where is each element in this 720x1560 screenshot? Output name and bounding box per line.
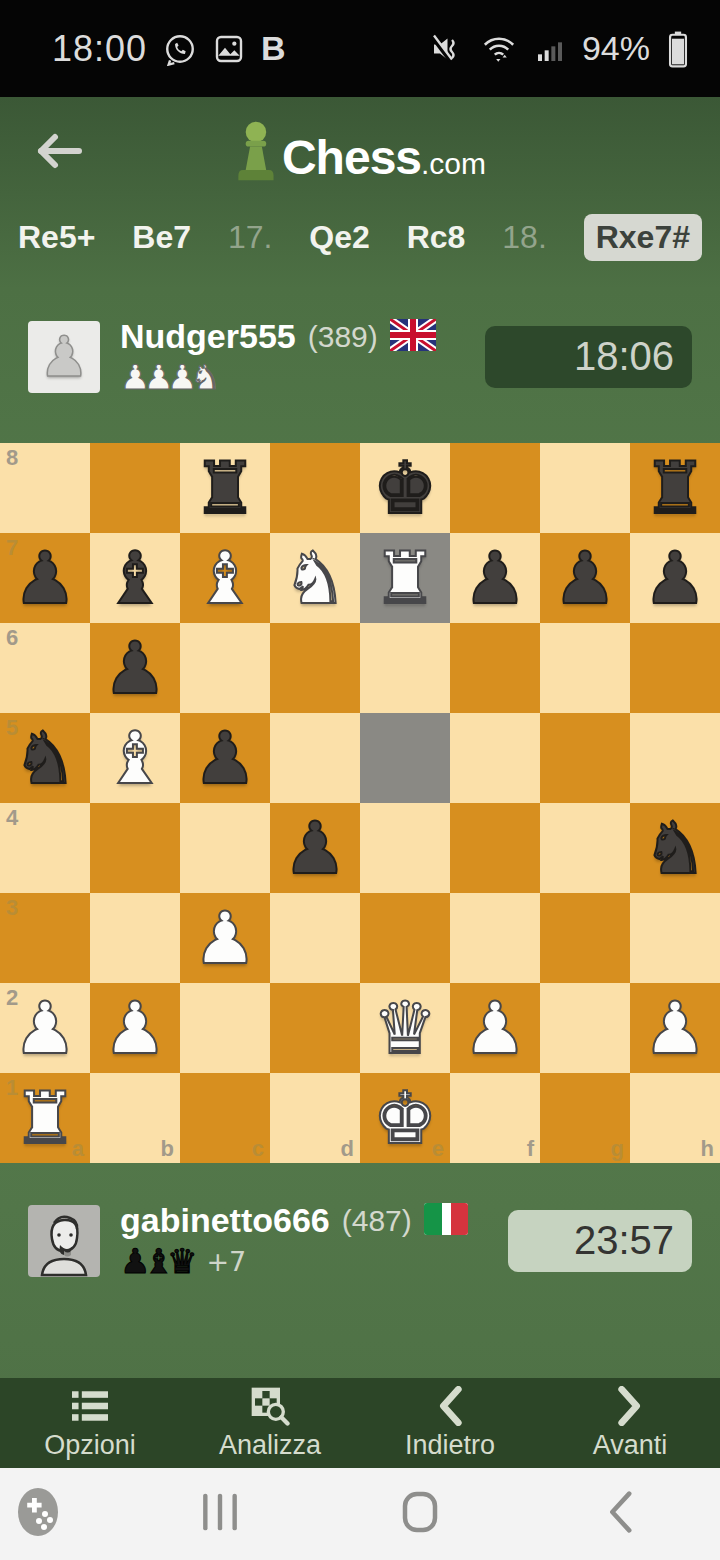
- black-pawn: ♟: [463, 542, 528, 614]
- square-c5[interactable]: ♟: [180, 713, 270, 803]
- black-pawn: ♟: [643, 542, 708, 614]
- logo-pawn-icon: [234, 120, 278, 182]
- square-d7[interactable]: ♞: [270, 533, 360, 623]
- player-rating-top: (389): [308, 320, 378, 354]
- move[interactable]: Rc8: [407, 219, 466, 256]
- square-h7[interactable]: ♟: [630, 533, 720, 623]
- square-h8[interactable]: ♜: [630, 443, 720, 533]
- square-g6[interactable]: [540, 623, 630, 713]
- back-button[interactable]: [24, 121, 94, 181]
- rank-label-6: 6: [6, 627, 18, 649]
- file-label-g: g: [611, 1138, 624, 1160]
- chevron-left-icon: [436, 1386, 464, 1426]
- black-king: ♚: [373, 452, 438, 524]
- rank-label-2: 2: [6, 987, 18, 1009]
- status-bar: 18:00 B: [0, 0, 720, 97]
- white-king: ♚: [373, 1082, 438, 1154]
- black-pawn: ♟: [553, 542, 618, 614]
- material-advantage: +7: [206, 1246, 246, 1277]
- square-a5[interactable]: 5♞: [0, 713, 90, 803]
- rank-label-1: 1: [6, 1077, 18, 1099]
- square-e4[interactable]: [360, 803, 450, 893]
- back-icon[interactable]: [605, 1489, 635, 1539]
- under-board-area: gabinetto666 (487) ♟♝♛+7 23:57: [0, 1163, 720, 1378]
- square-b4[interactable]: [90, 803, 180, 893]
- captured-pieces-top: ♟♟♟♞: [120, 358, 436, 396]
- flag-italy-icon: [424, 1203, 468, 1239]
- avatar-top[interactable]: ♟: [28, 321, 100, 393]
- square-h3[interactable]: [630, 893, 720, 983]
- logo-text: Chess: [282, 134, 421, 182]
- square-a6[interactable]: 6: [0, 623, 90, 713]
- black-pawn: ♟: [283, 812, 348, 884]
- analyze-board-icon: [250, 1386, 290, 1426]
- square-a4[interactable]: 4: [0, 803, 90, 893]
- square-e6[interactable]: [360, 623, 450, 713]
- battery-icon: [666, 30, 690, 68]
- signal-icon: [534, 33, 566, 65]
- square-g7[interactable]: ♟: [540, 533, 630, 623]
- app-body: Chess .com Re5+Be717.Qe2Rc818.Rxe7# ♟ Nu…: [0, 97, 720, 1468]
- square-d1[interactable]: d: [270, 1073, 360, 1163]
- square-e5[interactable]: [360, 713, 450, 803]
- clock-top: 18:06: [485, 326, 692, 388]
- square-c4[interactable]: [180, 803, 270, 893]
- file-label-a: a: [72, 1138, 84, 1160]
- square-f6[interactable]: [450, 623, 540, 713]
- black-knight: ♞: [643, 812, 708, 884]
- gallery-icon: [213, 33, 245, 65]
- square-b1[interactable]: b: [90, 1073, 180, 1163]
- wifi-icon: [480, 32, 518, 66]
- file-label-c: c: [252, 1138, 264, 1160]
- analyze-button[interactable]: Analizza: [180, 1386, 360, 1461]
- square-b2[interactable]: ♟: [90, 983, 180, 1073]
- file-label-e: e: [432, 1138, 444, 1160]
- square-f1[interactable]: f: [450, 1073, 540, 1163]
- rank-label-3: 3: [6, 897, 18, 919]
- square-h5[interactable]: [630, 713, 720, 803]
- notification-letter-b: B: [261, 29, 286, 68]
- square-g2[interactable]: [540, 983, 630, 1073]
- avatar-bottom[interactable]: [28, 1205, 100, 1277]
- square-f7[interactable]: ♟: [450, 533, 540, 623]
- black-knight: ♞: [13, 722, 78, 794]
- square-f4[interactable]: [450, 803, 540, 893]
- battery-percent: 94%: [582, 29, 650, 68]
- white-pawn: ♟: [13, 992, 78, 1064]
- square-c3[interactable]: ♟: [180, 893, 270, 983]
- options-button[interactable]: Opzioni: [0, 1386, 180, 1461]
- square-a8[interactable]: 8: [0, 443, 90, 533]
- square-c6[interactable]: [180, 623, 270, 713]
- player-name-top[interactable]: Nudger555: [120, 317, 296, 356]
- black-pawn: ♟: [13, 542, 78, 614]
- captured-white-knight: ♞: [190, 360, 220, 394]
- white-queen: ♛: [373, 992, 438, 1064]
- square-e2[interactable]: ♛: [360, 983, 450, 1073]
- square-c7[interactable]: ♝: [180, 533, 270, 623]
- square-g1[interactable]: g: [540, 1073, 630, 1163]
- rank-label-7: 7: [6, 537, 18, 559]
- square-d3[interactable]: [270, 893, 360, 983]
- square-a3[interactable]: 3: [0, 893, 90, 983]
- player-name-bottom[interactable]: gabinetto666: [120, 1201, 330, 1240]
- white-bishop: ♝: [103, 722, 168, 794]
- player-rating-bottom: (487): [342, 1204, 412, 1238]
- rank-label-8: 8: [6, 447, 18, 469]
- player-card-bottom: gabinetto666 (487) ♟♝♛+7 23:57: [0, 1163, 720, 1280]
- square-f8[interactable]: [450, 443, 540, 533]
- square-b6[interactable]: ♟: [90, 623, 180, 713]
- flag-uk-icon: [390, 319, 436, 355]
- file-label-h: h: [701, 1138, 714, 1160]
- white-pawn: ♟: [193, 902, 258, 974]
- square-b7[interactable]: ♝: [90, 533, 180, 623]
- square-e7[interactable]: ♜: [360, 533, 450, 623]
- recents-icon[interactable]: [199, 1490, 241, 1538]
- square-e1[interactable]: e♚: [360, 1073, 450, 1163]
- file-label-d: d: [341, 1138, 354, 1160]
- game-tools-icon[interactable]: [14, 1484, 62, 1544]
- mute-vibrate-icon: [428, 31, 464, 67]
- square-h4[interactable]: ♞: [630, 803, 720, 893]
- captured-pieces-bottom: ♟♝♛+7: [120, 1242, 468, 1280]
- move[interactable]: Re5+: [18, 219, 95, 256]
- rank-label-5: 5: [6, 717, 18, 739]
- next-move-button[interactable]: Avanti: [540, 1386, 720, 1461]
- square-f2[interactable]: ♟: [450, 983, 540, 1073]
- clock-bottom: 23:57: [508, 1210, 692, 1272]
- current-move[interactable]: Rxe7#: [584, 214, 702, 261]
- white-pawn: ♟: [463, 992, 528, 1064]
- square-h2[interactable]: ♟: [630, 983, 720, 1073]
- square-h6[interactable]: [630, 623, 720, 713]
- white-rook: ♜: [373, 542, 438, 614]
- black-rook: ♜: [193, 452, 258, 524]
- square-g8[interactable]: [540, 443, 630, 533]
- move[interactable]: Qe2: [309, 219, 369, 256]
- square-b5[interactable]: ♝: [90, 713, 180, 803]
- analyze-label: Analizza: [219, 1430, 321, 1461]
- square-a2[interactable]: 2♟: [0, 983, 90, 1073]
- file-label-f: f: [527, 1138, 534, 1160]
- options-label: Opzioni: [44, 1430, 136, 1461]
- white-knight: ♞: [283, 542, 348, 614]
- pawn-avatar-glyph: ♟: [39, 324, 89, 389]
- move-number: 17.: [228, 219, 272, 256]
- game-toolbar: Opzioni Analizza Indietro: [0, 1378, 720, 1468]
- square-d8[interactable]: [270, 443, 360, 533]
- white-pawn: ♟: [643, 992, 708, 1064]
- android-nav-bar: [0, 1468, 720, 1560]
- whatsapp-icon: [163, 32, 197, 66]
- square-d2[interactable]: [270, 983, 360, 1073]
- white-rook: ♜: [13, 1082, 78, 1154]
- status-time: 18:00: [52, 28, 147, 70]
- square-g3[interactable]: [540, 893, 630, 983]
- black-rook: ♜: [643, 452, 708, 524]
- white-bishop: ♝: [193, 542, 258, 614]
- square-c1[interactable]: c: [180, 1073, 270, 1163]
- square-a1[interactable]: 1a♜: [0, 1073, 90, 1163]
- square-d6[interactable]: [270, 623, 360, 713]
- file-label-b: b: [161, 1138, 174, 1160]
- square-c8[interactable]: ♜: [180, 443, 270, 533]
- captured-black-queen: ♛: [167, 1244, 197, 1278]
- square-g5[interactable]: [540, 713, 630, 803]
- square-f5[interactable]: [450, 713, 540, 803]
- square-e3[interactable]: [360, 893, 450, 983]
- home-icon[interactable]: [399, 1489, 441, 1539]
- square-e8[interactable]: ♚: [360, 443, 450, 533]
- black-pawn: ♟: [193, 722, 258, 794]
- black-pawn: ♟: [103, 632, 168, 704]
- square-b8[interactable]: [90, 443, 180, 533]
- chesscom-logo: Chess .com: [234, 120, 486, 182]
- square-g4[interactable]: [540, 803, 630, 893]
- previous-move-button[interactable]: Indietro: [360, 1386, 540, 1461]
- square-d5[interactable]: [270, 713, 360, 803]
- options-list-icon: [70, 1386, 110, 1426]
- black-bishop: ♝: [103, 542, 168, 614]
- square-d4[interactable]: ♟: [270, 803, 360, 893]
- square-b3[interactable]: [90, 893, 180, 983]
- square-c2[interactable]: [180, 983, 270, 1073]
- square-h1[interactable]: h: [630, 1073, 720, 1163]
- player-card-top: ♟ Nudger555 (389) ♟♟♟♞ 18:06: [0, 270, 720, 443]
- square-a7[interactable]: 7♟: [0, 533, 90, 623]
- chess-board[interactable]: 8♜♚♜7♟♝♝♞♜♟♟♟6♟5♞♝♟4♟♞3♟2♟♟♛♟♟1a♜bcde♚fg…: [0, 443, 720, 1163]
- next-label: Avanti: [593, 1430, 668, 1461]
- move-list[interactable]: Re5+Be717.Qe2Rc818.Rxe7#: [0, 205, 720, 270]
- app-header: Chess .com: [0, 97, 720, 205]
- rank-label-4: 4: [6, 807, 18, 829]
- move[interactable]: Be7: [132, 219, 191, 256]
- chevron-right-icon: [616, 1386, 644, 1426]
- square-f3[interactable]: [450, 893, 540, 983]
- move-number: 18.: [502, 219, 546, 256]
- logo-suffix: .com: [421, 145, 486, 183]
- white-pawn: ♟: [103, 992, 168, 1064]
- previous-label: Indietro: [405, 1430, 495, 1461]
